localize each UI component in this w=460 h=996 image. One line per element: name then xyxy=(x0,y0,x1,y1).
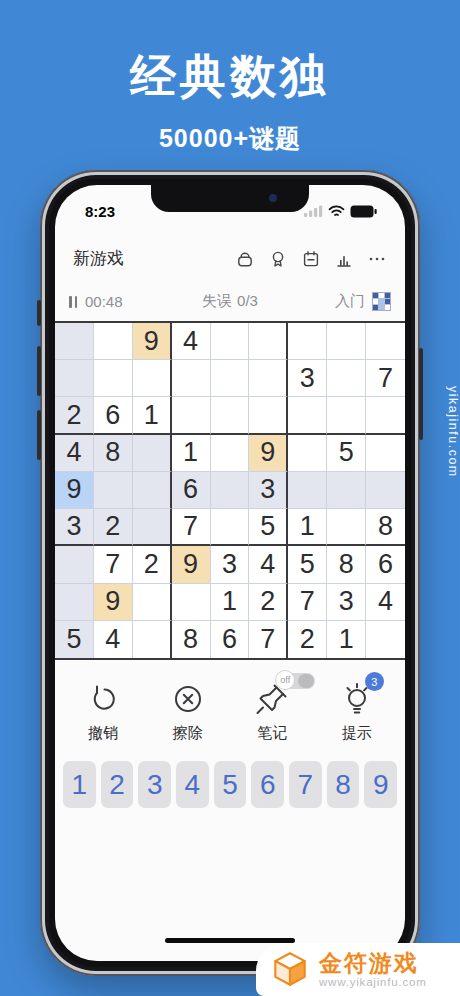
sudoku-cell-r6c3[interactable] xyxy=(133,509,172,546)
vertical-watermark: yikajinfu.com xyxy=(446,386,460,478)
mute-switch xyxy=(37,300,41,326)
sudoku-cell-r5c7[interactable] xyxy=(288,472,327,509)
hint-label: 提示 xyxy=(342,724,372,743)
sudoku-cell-r1c5[interactable] xyxy=(211,323,250,360)
sudoku-cell-r9c6[interactable]: 7 xyxy=(249,621,288,658)
difficulty-grid-icon xyxy=(372,292,391,311)
sudoku-cell-r6c5[interactable] xyxy=(211,509,250,546)
toggle-off-label: off xyxy=(275,670,295,690)
sudoku-cell-r9c1[interactable]: 5 xyxy=(55,621,94,658)
sudoku-cell-r5c4[interactable]: 6 xyxy=(172,472,211,509)
wifi-icon xyxy=(328,205,345,217)
sudoku-cell-r3c1[interactable]: 2 xyxy=(55,397,94,434)
sudoku-cell-r9c9[interactable] xyxy=(366,621,405,658)
sudoku-cell-r1c1[interactable] xyxy=(55,323,94,360)
number-pad: 123456789 xyxy=(55,761,405,808)
sudoku-cell-r9c3[interactable] xyxy=(133,621,172,658)
undo-button[interactable]: 撤销 xyxy=(61,680,146,743)
numpad-4[interactable]: 4 xyxy=(176,761,209,808)
calendar-icon[interactable] xyxy=(301,249,321,269)
sudoku-cell-r8c2[interactable]: 9 xyxy=(94,584,133,621)
sudoku-cell-r2c6[interactable] xyxy=(249,360,288,397)
sudoku-cell-r3c6[interactable] xyxy=(249,397,288,434)
sudoku-cell-r2c9[interactable]: 7 xyxy=(366,360,405,397)
sudoku-cell-r5c2[interactable] xyxy=(94,472,133,509)
sudoku-cell-r4c7[interactable] xyxy=(288,435,327,472)
power-button xyxy=(419,348,423,440)
sudoku-cell-r2c3[interactable] xyxy=(133,360,172,397)
sudoku-cell-r4c6[interactable]: 9 xyxy=(249,435,288,472)
banner: 经典数独 50000+谜题 xyxy=(0,0,460,155)
sudoku-cell-r5c3[interactable] xyxy=(133,472,172,509)
cube-logo-icon xyxy=(269,949,311,991)
site-logo: 金符游戏 www.yikajinfu.com xyxy=(256,943,460,996)
sudoku-grid: 9437261481959633275187293458691273454867… xyxy=(55,321,405,660)
sudoku-cell-r4c5[interactable] xyxy=(211,435,250,472)
sudoku-cell-r6c1[interactable]: 3 xyxy=(55,509,94,546)
undo-icon xyxy=(84,680,122,718)
mistakes-label: 失误 xyxy=(202,292,232,309)
sudoku-cell-r4c8[interactable]: 5 xyxy=(327,435,366,472)
numpad-9[interactable]: 9 xyxy=(364,761,397,808)
sudoku-cell-r1c6[interactable] xyxy=(249,323,288,360)
toolbar: 撤销 擦除 xyxy=(55,680,405,743)
page: 经典数独 50000+谜题 yikajinfu.com 8:23 xyxy=(0,0,460,996)
phone-frame: 8:23 xyxy=(40,170,420,976)
sudoku-cell-r1c7[interactable] xyxy=(288,323,327,360)
volume-down-button xyxy=(37,410,41,460)
sudoku-cell-r6c4[interactable]: 7 xyxy=(172,509,211,546)
sudoku-cell-r2c1[interactable] xyxy=(55,360,94,397)
mistakes-value: 0/3 xyxy=(237,292,258,309)
brand-name: 金符游戏 xyxy=(319,951,427,975)
sudoku-cell-r3c2[interactable]: 6 xyxy=(94,397,133,434)
sudoku-cell-r5c1[interactable]: 9 xyxy=(55,472,94,509)
sudoku-cell-r8c9[interactable]: 4 xyxy=(366,584,405,621)
sudoku-cell-r1c9[interactable] xyxy=(366,323,405,360)
sudoku-cell-r7c6[interactable]: 4 xyxy=(249,546,288,583)
numpad-3[interactable]: 3 xyxy=(138,761,171,808)
brand-url: www.yikajinfu.com xyxy=(319,976,427,988)
numpad-7[interactable]: 7 xyxy=(289,761,322,808)
numpad-5[interactable]: 5 xyxy=(214,761,247,808)
home-indicator xyxy=(165,938,295,943)
pause-icon[interactable] xyxy=(69,296,77,308)
sudoku-cell-r3c7[interactable] xyxy=(288,397,327,434)
sudoku-cell-r4c9[interactable] xyxy=(366,435,405,472)
app-bar: 新游戏 xyxy=(55,247,405,270)
page-title: 新游戏 xyxy=(73,247,124,270)
sudoku-cell-r8c6[interactable]: 2 xyxy=(249,584,288,621)
game-bar: 00:48 失误0/3 入门 xyxy=(55,292,405,311)
sudoku-cell-r7c7[interactable]: 5 xyxy=(288,546,327,583)
hint-button[interactable]: 3 提示 xyxy=(315,680,400,743)
sudoku-cell-r2c2[interactable] xyxy=(94,360,133,397)
sudoku-cell-r2c8[interactable] xyxy=(327,360,366,397)
sudoku-cell-r8c3[interactable] xyxy=(133,584,172,621)
erase-icon xyxy=(169,680,207,718)
banner-title: 经典数独 xyxy=(0,46,460,108)
erase-label: 擦除 xyxy=(173,724,203,743)
sudoku-cell-r5c8[interactable] xyxy=(327,472,366,509)
toggle-knob-icon xyxy=(298,674,314,688)
sudoku-cell-r9c5[interactable]: 6 xyxy=(211,621,250,658)
hint-count-badge: 3 xyxy=(365,672,384,691)
sudoku-cell-r6c2[interactable]: 2 xyxy=(94,509,133,546)
sudoku-cell-r4c3[interactable] xyxy=(133,435,172,472)
sudoku-cell-r1c2[interactable] xyxy=(94,323,133,360)
sudoku-cell-r6c8[interactable] xyxy=(327,509,366,546)
stats-icon[interactable] xyxy=(334,249,354,269)
sudoku-cell-r8c1[interactable] xyxy=(55,584,94,621)
sudoku-cell-r7c1[interactable] xyxy=(55,546,94,583)
numpad-6[interactable]: 6 xyxy=(251,761,284,808)
cellular-signal-icon xyxy=(304,205,323,217)
sudoku-cell-r9c8[interactable]: 1 xyxy=(327,621,366,658)
sudoku-cell-r7c4[interactable]: 9 xyxy=(172,546,211,583)
sudoku-cell-r3c9[interactable] xyxy=(366,397,405,434)
sudoku-cell-r6c6[interactable]: 5 xyxy=(249,509,288,546)
sudoku-cell-r5c5[interactable] xyxy=(211,472,250,509)
numpad-1[interactable]: 1 xyxy=(63,761,96,808)
erase-button[interactable]: 擦除 xyxy=(146,680,231,743)
bag-icon[interactable] xyxy=(235,249,255,269)
numpad-2[interactable]: 2 xyxy=(101,761,134,808)
sudoku-cell-r7c9[interactable]: 6 xyxy=(366,546,405,583)
sudoku-cell-r5c9[interactable] xyxy=(366,472,405,509)
notch xyxy=(151,185,309,212)
sudoku-cell-r1c3[interactable]: 9 xyxy=(133,323,172,360)
sudoku-cell-r8c7[interactable]: 7 xyxy=(288,584,327,621)
camera-icon xyxy=(269,194,277,202)
undo-label: 撤销 xyxy=(88,724,118,743)
notes-toggle[interactable]: off xyxy=(278,673,315,689)
sudoku-cell-r1c4[interactable]: 4 xyxy=(172,323,211,360)
timer: 00:48 xyxy=(85,293,123,310)
status-time: 8:23 xyxy=(85,203,115,220)
sudoku-cell-r9c4[interactable]: 8 xyxy=(172,621,211,658)
sudoku-cell-r7c3[interactable]: 2 xyxy=(133,546,172,583)
sudoku-cell-r3c5[interactable] xyxy=(211,397,250,434)
sudoku-cell-r5c6[interactable]: 3 xyxy=(249,472,288,509)
sudoku-cell-r3c3[interactable]: 1 xyxy=(133,397,172,434)
notes-button[interactable]: off 笔记 xyxy=(230,680,315,743)
sudoku-cell-r6c7[interactable]: 1 xyxy=(288,509,327,546)
sudoku-cell-r3c8[interactable] xyxy=(327,397,366,434)
sudoku-cell-r7c8[interactable]: 8 xyxy=(327,546,366,583)
sudoku-cell-r2c5[interactable] xyxy=(211,360,250,397)
phone-screen: 8:23 xyxy=(55,185,405,961)
sudoku-cell-r7c5[interactable]: 3 xyxy=(211,546,250,583)
sudoku-cell-r8c4[interactable] xyxy=(172,584,211,621)
sudoku-cell-r2c4[interactable] xyxy=(172,360,211,397)
difficulty-chip[interactable]: 入门 xyxy=(305,292,391,311)
sudoku-cell-r8c5[interactable]: 1 xyxy=(211,584,250,621)
volume-up-button xyxy=(37,346,41,396)
sudoku-cell-r6c9[interactable]: 8 xyxy=(366,509,405,546)
sudoku-cell-r8c8[interactable]: 3 xyxy=(327,584,366,621)
sudoku-cell-r2c7[interactable]: 3 xyxy=(288,360,327,397)
sudoku-cell-r1c8[interactable] xyxy=(327,323,366,360)
sudoku-cell-r3c4[interactable] xyxy=(172,397,211,434)
sudoku-cell-r9c7[interactable]: 2 xyxy=(288,621,327,658)
difficulty-label: 入门 xyxy=(335,292,365,311)
sudoku-cell-r4c1[interactable]: 4 xyxy=(55,435,94,472)
banner-subtitle: 50000+谜题 xyxy=(0,122,460,155)
medal-icon[interactable] xyxy=(268,249,288,269)
more-icon[interactable] xyxy=(367,249,387,269)
battery-icon xyxy=(350,205,377,218)
sudoku-cell-r4c4[interactable]: 1 xyxy=(172,435,211,472)
sudoku-cell-r7c2[interactable]: 7 xyxy=(94,546,133,583)
sudoku-cell-r9c2[interactable]: 4 xyxy=(94,621,133,658)
numpad-8[interactable]: 8 xyxy=(327,761,360,808)
notes-label: 笔记 xyxy=(257,724,287,743)
sudoku-cell-r4c2[interactable]: 8 xyxy=(94,435,133,472)
mistakes: 失误0/3 xyxy=(155,292,305,311)
